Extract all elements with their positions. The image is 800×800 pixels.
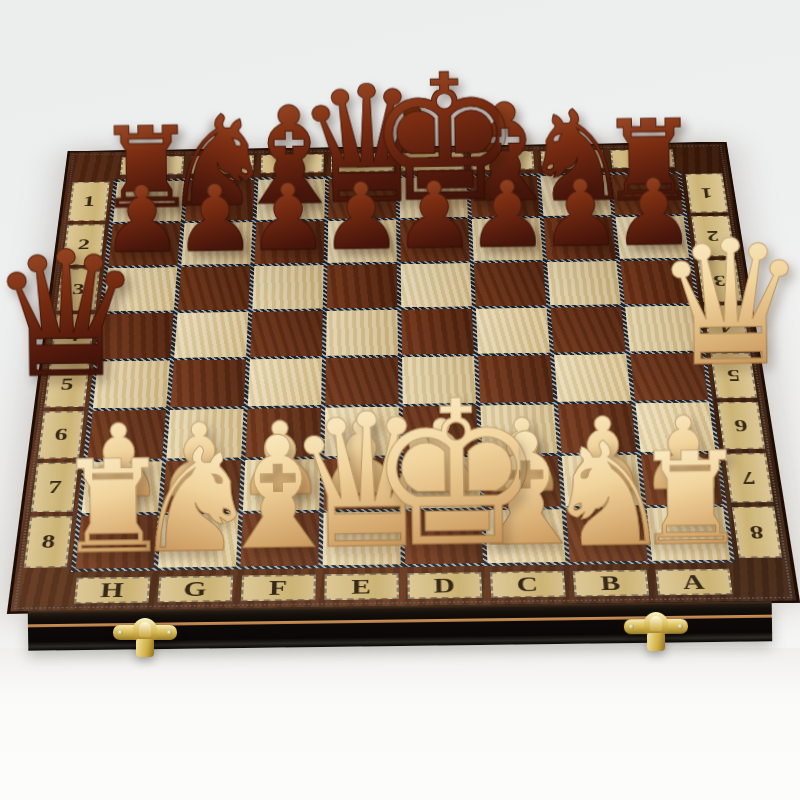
file-label-top-E: E	[331, 153, 394, 172]
file-label-bottom-H: H	[74, 577, 151, 604]
rank-label-right-8: 8	[732, 506, 782, 558]
rank-label-right-2: 2	[691, 216, 735, 257]
square-E5	[325, 357, 398, 405]
rank-label-right-3: 3	[697, 259, 742, 301]
square-E6	[324, 407, 399, 457]
rank-label-left-4: 4	[50, 314, 95, 358]
square-F4	[250, 311, 323, 357]
square-A3	[620, 260, 695, 304]
rank-label-left-5: 5	[44, 362, 90, 408]
square-A5	[630, 353, 708, 401]
file-label-top-A: A	[610, 149, 675, 168]
square-D4	[401, 309, 474, 355]
square-F7	[243, 459, 320, 511]
square-D1	[399, 177, 468, 218]
rank-label-left-8: 8	[24, 516, 73, 568]
latch-screw	[629, 624, 634, 629]
square-G6	[166, 409, 243, 459]
file-label-top-G: G	[190, 155, 254, 174]
square-B6	[558, 403, 637, 453]
square-G2	[181, 222, 252, 265]
square-G5	[170, 359, 246, 407]
square-D6	[403, 406, 479, 456]
square-A7	[641, 454, 723, 506]
square-E8	[323, 512, 401, 566]
rank-label-left-6: 6	[38, 411, 85, 459]
file-label-bottom-B: B	[573, 570, 650, 597]
file-label-bottom-D: D	[407, 572, 482, 599]
square-A1	[611, 174, 683, 215]
file-label-bottom-A: A	[655, 569, 732, 596]
rank-label-left-1: 1	[68, 182, 110, 222]
rank-label-left-7: 7	[31, 462, 79, 512]
square-H8	[76, 515, 158, 569]
square-C3	[474, 262, 547, 306]
square-C5	[478, 355, 554, 403]
latch-hasp	[136, 639, 154, 657]
square-H5	[93, 360, 170, 408]
latch-screw	[167, 630, 172, 635]
square-A8	[647, 507, 731, 561]
square-C6	[480, 404, 557, 454]
rank-label-right-7: 7	[724, 453, 773, 503]
file-label-top-C: C	[471, 151, 535, 170]
square-E1	[328, 178, 396, 219]
square-D7	[404, 457, 481, 509]
square-B4	[550, 307, 625, 353]
file-label-top-D: D	[401, 152, 464, 171]
file-label-bottom-G: G	[157, 576, 233, 603]
square-C1	[470, 176, 540, 217]
square-H7	[82, 461, 162, 513]
file-label-top-B: B	[540, 150, 604, 169]
brass-latch-right	[624, 612, 690, 659]
squares-grid	[71, 172, 735, 572]
square-G4	[174, 312, 248, 358]
file-label-bottom-F: F	[241, 574, 316, 601]
square-D5	[402, 356, 476, 404]
rank-label-left-3: 3	[56, 268, 100, 311]
brass-latch-left	[113, 618, 179, 664]
file-label-top-H: H	[120, 156, 184, 175]
square-F6	[245, 408, 321, 458]
square-F2	[254, 221, 324, 264]
square-F5	[248, 358, 322, 406]
file-label-bottom-C: C	[490, 571, 566, 598]
square-C8	[485, 509, 565, 563]
square-H4	[98, 313, 174, 359]
square-B2	[544, 217, 616, 260]
rank-label-right-1: 1	[685, 173, 728, 212]
square-F8	[240, 513, 319, 567]
square-G8	[158, 514, 239, 568]
square-C4	[476, 308, 550, 354]
chess-set-photo: 11HH22GG33FF44EE55DD66CC77BB88AA♜♞♝♛♚♝♞♜…	[0, 0, 800, 800]
square-B1	[540, 175, 611, 216]
square-C2	[472, 218, 543, 261]
square-H3	[103, 267, 177, 311]
square-G7	[162, 460, 241, 512]
square-H1	[113, 181, 184, 222]
square-D3	[401, 263, 472, 307]
board-3d-scene: 11HH22GG33FF44EE55DD66CC77BB88AA♜♞♝♛♚♝♞♜…	[0, 0, 800, 800]
square-A2	[615, 216, 689, 259]
chess-board: 11HH22GG33FF44EE55DD66CC77BB88AA♜♞♝♛♚♝♞♜…	[7, 142, 800, 614]
square-E2	[328, 220, 397, 263]
square-C7	[483, 456, 562, 508]
latch-screw	[678, 624, 683, 629]
square-E4	[326, 310, 398, 356]
file-label-top-F: F	[260, 154, 323, 173]
square-B5	[554, 354, 631, 402]
square-D2	[400, 219, 470, 262]
square-B8	[566, 508, 648, 562]
latch-arch	[644, 612, 668, 634]
square-G1	[185, 180, 255, 221]
latch-screw	[118, 630, 123, 635]
rank-label-left-2: 2	[62, 224, 105, 265]
square-E7	[324, 458, 400, 510]
latch-hasp	[647, 633, 665, 651]
square-H6	[87, 410, 166, 460]
latch-arch	[133, 618, 157, 640]
rank-label-right-6: 6	[717, 402, 765, 450]
square-F1	[256, 179, 325, 220]
square-B7	[562, 455, 642, 507]
square-A6	[635, 402, 715, 452]
square-D8	[404, 510, 483, 564]
square-A4	[625, 306, 702, 352]
square-H2	[108, 223, 181, 266]
square-B3	[547, 261, 621, 305]
square-E3	[327, 264, 398, 308]
square-G3	[178, 266, 251, 310]
square-F3	[252, 265, 323, 309]
file-label-bottom-E: E	[324, 573, 399, 600]
rank-label-right-5: 5	[710, 352, 757, 398]
rank-label-right-4: 4	[704, 305, 750, 349]
